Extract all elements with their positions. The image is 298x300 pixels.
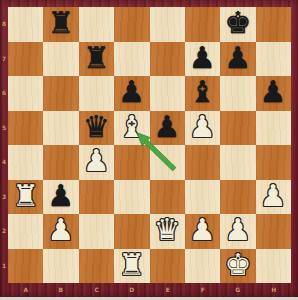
piece-wR-a3: ♜: [12, 181, 39, 211]
square-e4[interactable]: [150, 145, 185, 180]
square-h5[interactable]: [256, 111, 291, 146]
square-d8[interactable]: [114, 7, 149, 42]
rank-label-2: 2: [1, 217, 8, 246]
square-c8[interactable]: [79, 7, 114, 42]
piece-wP-b2: ♟: [48, 215, 75, 245]
square-a3[interactable]: ♜: [8, 180, 43, 215]
piece-wB-d5: ♝: [118, 112, 145, 142]
square-d2[interactable]: [114, 214, 149, 249]
square-e2[interactable]: ♛: [150, 214, 185, 249]
square-f7[interactable]: ♟: [185, 42, 220, 77]
square-h6[interactable]: ♟: [256, 76, 291, 111]
square-c6[interactable]: [79, 76, 114, 111]
square-b2[interactable]: ♟: [43, 214, 78, 249]
piece-wP-c4: ♟: [83, 146, 110, 176]
rank-label-1: 1: [1, 251, 8, 280]
square-e8[interactable]: [150, 7, 185, 42]
square-d6[interactable]: ♟: [114, 76, 149, 111]
file-label-f: F: [188, 284, 218, 295]
square-f5[interactable]: ♟: [185, 111, 220, 146]
piece-wR-d1: ♜: [118, 250, 145, 280]
square-h4[interactable]: [256, 145, 291, 180]
square-b8[interactable]: ♜: [43, 7, 78, 42]
square-g3[interactable]: [220, 180, 255, 215]
square-g7[interactable]: ♟: [220, 42, 255, 77]
rank-label-5: 5: [1, 113, 8, 142]
piece-bR-b8: ♜: [48, 8, 75, 38]
square-c1[interactable]: [79, 249, 114, 284]
square-b3[interactable]: ♟: [43, 180, 78, 215]
square-g8[interactable]: ♚: [220, 7, 255, 42]
file-label-e: E: [152, 284, 182, 295]
square-e1[interactable]: [150, 249, 185, 284]
piece-bP-h6: ♟: [260, 77, 287, 107]
square-a2[interactable]: [8, 214, 43, 249]
square-h1[interactable]: [256, 249, 291, 284]
square-g6[interactable]: [220, 76, 255, 111]
square-f1[interactable]: [185, 249, 220, 284]
square-f8[interactable]: [185, 7, 220, 42]
piece-wP-f5: ♟: [189, 112, 216, 142]
piece-bP-b3: ♟: [48, 181, 75, 211]
square-c5[interactable]: ♛: [79, 111, 114, 146]
piece-bK-g8: ♚: [224, 8, 251, 38]
square-d5[interactable]: ♝: [114, 111, 149, 146]
square-a7[interactable]: [8, 42, 43, 77]
square-f3[interactable]: [185, 180, 220, 215]
piece-wK-g1: ♚: [224, 250, 251, 280]
square-b1[interactable]: [43, 249, 78, 284]
square-b4[interactable]: [43, 145, 78, 180]
rank-label-7: 7: [1, 44, 8, 73]
square-h3[interactable]: ♟: [256, 180, 291, 215]
piece-bP-d6: ♟: [118, 77, 145, 107]
square-h7[interactable]: [256, 42, 291, 77]
rank-label-3: 3: [1, 182, 8, 211]
square-a1[interactable]: [8, 249, 43, 284]
square-b7[interactable]: [43, 42, 78, 77]
piece-bB-f6: ♝: [189, 77, 216, 107]
piece-wP-f2: ♟: [189, 215, 216, 245]
square-c7[interactable]: ♜: [79, 42, 114, 77]
square-a5[interactable]: [8, 111, 43, 146]
piece-bR-c7: ♜: [83, 43, 110, 73]
square-d1[interactable]: ♜: [114, 249, 149, 284]
square-d3[interactable]: [114, 180, 149, 215]
square-c4[interactable]: ♟: [79, 145, 114, 180]
piece-wQ-e2: ♛: [154, 215, 181, 245]
square-e3[interactable]: [150, 180, 185, 215]
square-a4[interactable]: [8, 145, 43, 180]
file-label-c: C: [81, 284, 111, 295]
piece-bP-e5: ♟: [154, 112, 181, 142]
file-labels: ABCDEFGH: [8, 283, 291, 296]
square-g5[interactable]: [220, 111, 255, 146]
piece-bP-g7: ♟: [224, 43, 251, 73]
square-g4[interactable]: [220, 145, 255, 180]
square-e5[interactable]: ♟: [150, 111, 185, 146]
square-f6[interactable]: ♝: [185, 76, 220, 111]
square-h2[interactable]: [256, 214, 291, 249]
square-f4[interactable]: [185, 145, 220, 180]
chessboard: 87654321 ABCDEFGH ♜♚♜♟♟♟♝♟♛♝♟♟♟♜♟♟♟♛♟♟♜♚: [0, 0, 298, 300]
square-h8[interactable]: [256, 7, 291, 42]
square-a6[interactable]: [8, 76, 43, 111]
piece-wP-h3: ♟: [260, 181, 287, 211]
square-f2[interactable]: ♟: [185, 214, 220, 249]
square-d4[interactable]: [114, 145, 149, 180]
piece-bP-f7: ♟: [189, 43, 216, 73]
square-g2[interactable]: ♟: [220, 214, 255, 249]
square-c3[interactable]: [79, 180, 114, 215]
rank-label-4: 4: [1, 148, 8, 177]
piece-wP-g2: ♟: [224, 215, 251, 245]
square-e6[interactable]: [150, 76, 185, 111]
file-label-d: D: [117, 284, 147, 295]
square-g1[interactable]: ♚: [220, 249, 255, 284]
square-d7[interactable]: [114, 42, 149, 77]
file-label-b: B: [46, 284, 76, 295]
square-b5[interactable]: [43, 111, 78, 146]
rank-labels: 87654321: [0, 7, 8, 283]
file-label-g: G: [223, 284, 253, 295]
file-label-a: A: [11, 284, 41, 295]
square-b6[interactable]: [43, 76, 78, 111]
board-grid: ♜♚♜♟♟♟♝♟♛♝♟♟♟♜♟♟♟♛♟♟♜♚: [8, 7, 291, 283]
file-label-h: H: [258, 284, 288, 295]
square-a8[interactable]: [8, 7, 43, 42]
rank-label-6: 6: [1, 79, 8, 108]
piece-bQ-c5: ♛: [83, 112, 110, 142]
rank-label-8: 8: [1, 10, 8, 39]
square-c2[interactable]: [79, 214, 114, 249]
square-e7[interactable]: [150, 42, 185, 77]
